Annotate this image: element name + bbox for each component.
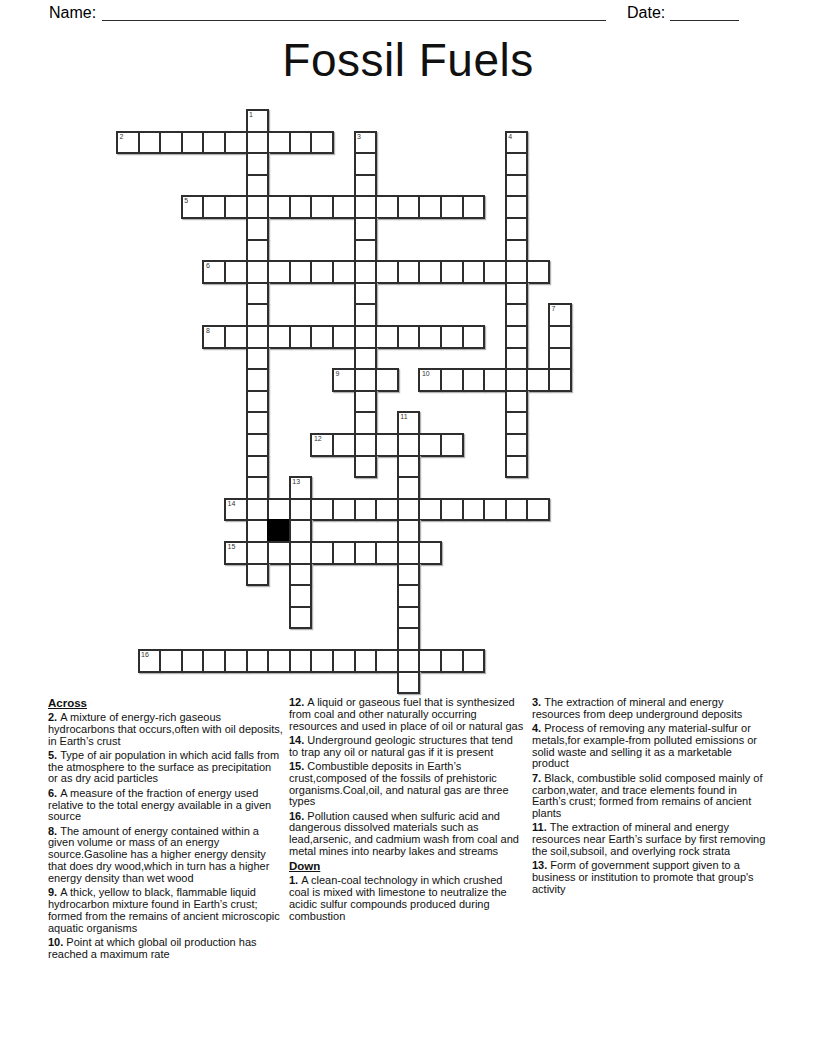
grid-cell-r20c7[interactable] — [267, 541, 291, 565]
grid-cell-r18c11[interactable] — [354, 498, 378, 522]
grid-cell-r18c12[interactable] — [375, 498, 399, 522]
grid-cell-r10c12[interactable] — [375, 325, 399, 349]
clue-number-6: 6 — [206, 262, 210, 270]
grid-cell-r26c13[interactable] — [397, 671, 421, 695]
grid-cell-r18c8[interactable] — [289, 498, 313, 522]
grid-cell-r7c4[interactable]: 6 — [202, 260, 226, 284]
grid-cell-r7c8[interactable] — [289, 260, 313, 284]
grid-cell-r7c19[interactable] — [526, 260, 550, 284]
clue-number-15: 15 — [228, 543, 236, 551]
grid-cell-r14c6[interactable] — [246, 411, 270, 435]
grid-cell-r22c13[interactable] — [397, 584, 421, 608]
grid-cell-r2c18[interactable] — [505, 152, 529, 176]
grid-cell-r21c6[interactable] — [246, 563, 270, 587]
grid-cell-r10c14[interactable] — [418, 325, 442, 349]
across-heading: Across — [48, 697, 284, 709]
grid-cell-r10c20[interactable] — [548, 325, 572, 349]
grid-cell-r18c15[interactable] — [440, 498, 464, 522]
grid-cell-r10c9[interactable] — [310, 325, 334, 349]
grid-cell-r15c12[interactable] — [375, 433, 399, 457]
grid-cell-r25c4[interactable] — [202, 649, 226, 673]
grid-cell-r18c10[interactable] — [332, 498, 356, 522]
grid-cell-r7c7[interactable] — [267, 260, 291, 284]
grid-cell-r19c8[interactable] — [289, 519, 313, 543]
grid-cell-r4c4[interactable] — [202, 195, 226, 219]
grid-cell-r25c2[interactable] — [159, 649, 183, 673]
grid-cell-r11c18[interactable] — [505, 347, 529, 371]
grid-cell-r15c10[interactable] — [332, 433, 356, 457]
grid-cell-r21c8[interactable] — [289, 563, 313, 587]
grid-cell-r4c5[interactable] — [224, 195, 248, 219]
grid-cell-r8c11[interactable] — [354, 282, 378, 306]
grid-cell-r10c5[interactable] — [224, 325, 248, 349]
grid-cell-r7c10[interactable] — [332, 260, 356, 284]
grid-cell-r10c11[interactable] — [354, 325, 378, 349]
grid-cell-r3c11[interactable] — [354, 174, 378, 198]
grid-cell-r4c18[interactable] — [505, 195, 529, 219]
grid-cell-r9c20[interactable]: 7 — [548, 303, 572, 327]
grid-cell-r23c13[interactable] — [397, 606, 421, 630]
grid-cell-r25c8[interactable] — [289, 649, 313, 673]
grid-cell-r9c6[interactable] — [246, 303, 270, 327]
grid-cell-r9c18[interactable] — [505, 303, 529, 327]
puzzle-title: Fossil Fuels — [0, 33, 816, 87]
grid-cell-r10c8[interactable] — [289, 325, 313, 349]
clue-number-4: 4 — [508, 133, 512, 141]
clue-number-11: 11 — [400, 413, 407, 421]
grid-cell-r7c14[interactable] — [418, 260, 442, 284]
grid-cell-r18c9[interactable] — [310, 498, 334, 522]
grid-cell-r17c8[interactable]: 13 — [289, 476, 313, 500]
grid-cell-r6c18[interactable] — [505, 239, 529, 263]
grid-cell-r25c7[interactable] — [267, 649, 291, 673]
grid-cell-r12c20[interactable] — [548, 368, 572, 392]
grid-cell-r7c11[interactable] — [354, 260, 378, 284]
grid-cell-r20c13[interactable] — [397, 541, 421, 565]
grid-cell-r3c18[interactable] — [505, 174, 529, 198]
grid-cell-r25c12[interactable] — [375, 649, 399, 673]
grid-cell-r25c9[interactable] — [310, 649, 334, 673]
grid-cell-r2c11[interactable] — [354, 152, 378, 176]
grid-cell-r15c18[interactable] — [505, 433, 529, 457]
grid-cell-r19c6[interactable] — [246, 519, 270, 543]
clue-number-2: 2 — [120, 133, 124, 141]
grid-cell-r11c6[interactable] — [246, 347, 270, 371]
grid-cell-r11c20[interactable] — [548, 347, 572, 371]
grid-cell-r7c5[interactable] — [224, 260, 248, 284]
grid-cell-r15c11[interactable] — [354, 433, 378, 457]
grid-cell-r4c11[interactable] — [354, 195, 378, 219]
grid-cell-r20c11[interactable] — [354, 541, 378, 565]
grid-cell-r15c13[interactable] — [397, 433, 421, 457]
grid-cell-r7c6[interactable] — [246, 260, 270, 284]
grid-cell-r10c18[interactable] — [505, 325, 529, 349]
clue-number-7: 7 — [552, 305, 556, 313]
grid-cell-r14c13[interactable]: 11 — [397, 411, 421, 435]
grid-cell-r14c18[interactable] — [505, 411, 529, 435]
grid-cell-r12c15[interactable] — [440, 368, 464, 392]
grid-cell-r25c14[interactable] — [418, 649, 442, 673]
date-blank-line[interactable] — [670, 20, 739, 21]
grid-cell-r1c18[interactable]: 4 — [505, 131, 529, 155]
clue-number-1: 1 — [249, 111, 253, 119]
grid-cell-r17c13[interactable] — [397, 476, 421, 500]
grid-cell-r5c6[interactable] — [246, 217, 270, 241]
grid-cell-r1c3[interactable] — [181, 131, 205, 155]
grid-cell-r6c11[interactable] — [354, 239, 378, 263]
grid-cell-r4c10[interactable] — [332, 195, 356, 219]
grid-cell-r23c8[interactable] — [289, 606, 313, 630]
grid-cell-r1c0[interactable]: 2 — [116, 131, 140, 155]
grid-cell-r7c13[interactable] — [397, 260, 421, 284]
worksheet-page: Name: Date: Fossil Fuels 123456789101112… — [0, 0, 816, 1056]
grid-cell-r15c6[interactable] — [246, 433, 270, 457]
clue-number-10: 10 — [422, 370, 430, 378]
grid-cell-r18c18[interactable] — [505, 498, 529, 522]
grid-cell-r1c2[interactable] — [159, 131, 183, 155]
grid-cell-r12c17[interactable] — [483, 368, 507, 392]
grid-cell-r4c14[interactable] — [418, 195, 442, 219]
black-cell — [267, 519, 291, 543]
grid-cell-r10c13[interactable] — [397, 325, 421, 349]
grid-cell-r12c10[interactable]: 9 — [332, 368, 356, 392]
grid-cell-r11c11[interactable] — [354, 347, 378, 371]
grid-cell-r20c9[interactable] — [310, 541, 334, 565]
grid-cell-r4c9[interactable] — [310, 195, 334, 219]
down-clue-11: 11. The extraction of mineral and energy… — [532, 822, 768, 857]
clue-number-14: 14 — [228, 500, 236, 508]
grid-cell-r10c15[interactable] — [440, 325, 464, 349]
grid-cell-r25c10[interactable] — [332, 649, 356, 673]
grid-cell-r20c10[interactable] — [332, 541, 356, 565]
grid-cell-r1c6[interactable] — [246, 131, 270, 155]
clue-number-12: 12 — [314, 435, 322, 443]
across-clue-5: 5. Type of air population in which acid … — [48, 750, 284, 785]
grid-cell-r8c6[interactable] — [246, 282, 270, 306]
grid-cell-r14c11[interactable] — [354, 411, 378, 435]
grid-cell-r12c11[interactable] — [354, 368, 378, 392]
grid-cell-r6c6[interactable] — [246, 239, 270, 263]
grid-cell-r20c6[interactable] — [246, 541, 270, 565]
grid-cell-r18c16[interactable] — [462, 498, 486, 522]
down-clue-1: 1. A clean-coal technology in which crus… — [289, 875, 525, 922]
crossword-grid: 12345678910111213141516 — [117, 110, 571, 694]
grid-cell-r1c11[interactable]: 3 — [354, 131, 378, 155]
grid-cell-r9c11[interactable] — [354, 303, 378, 327]
grid-cell-r7c12[interactable] — [375, 260, 399, 284]
grid-cell-r7c9[interactable] — [310, 260, 334, 284]
grid-cell-r20c12[interactable] — [375, 541, 399, 565]
name-blank-line[interactable] — [102, 20, 606, 21]
grid-cell-r22c8[interactable] — [289, 584, 313, 608]
grid-cell-r16c11[interactable] — [354, 455, 378, 479]
grid-cell-r1c4[interactable] — [202, 131, 226, 155]
grid-cell-r1c8[interactable] — [289, 131, 313, 155]
grid-cell-r4c13[interactable] — [397, 195, 421, 219]
grid-cell-r20c5[interactable]: 15 — [224, 541, 248, 565]
down-clue-13: 13. Form of government support given to … — [532, 860, 768, 895]
grid-cell-r2c6[interactable] — [246, 152, 270, 176]
grid-cell-r4c15[interactable] — [440, 195, 464, 219]
grid-cell-r25c13[interactable] — [397, 649, 421, 673]
across-clue-15: 15. Combustible deposits in Earth’s crus… — [289, 761, 525, 808]
across-clue-9: 9. A thick, yellow to black, flammable l… — [48, 887, 284, 934]
grid-cell-r25c3[interactable] — [181, 649, 205, 673]
down-clue-7: 7. Black, combustible solid composed mai… — [532, 773, 768, 820]
across-clue-6: 6. A measure of the fraction of energy u… — [48, 788, 284, 823]
across-clue-12: 12. A liquid or gaseous fuel that is syn… — [289, 697, 525, 732]
grid-cell-r13c18[interactable] — [505, 390, 529, 414]
clues-column-2: 12. A liquid or gaseous fuel that is syn… — [289, 697, 525, 925]
grid-cell-r12c18[interactable] — [505, 368, 529, 392]
down-heading: Down — [289, 860, 525, 872]
grid-cell-r25c15[interactable] — [440, 649, 464, 673]
grid-cell-r17c6[interactable] — [246, 476, 270, 500]
grid-cell-r12c14[interactable]: 10 — [418, 368, 442, 392]
grid-cell-r13c6[interactable] — [246, 390, 270, 414]
grid-cell-r4c16[interactable] — [462, 195, 486, 219]
grid-cell-r15c9[interactable]: 12 — [310, 433, 334, 457]
grid-cell-r18c7[interactable] — [267, 498, 291, 522]
grid-cell-r10c10[interactable] — [332, 325, 356, 349]
grid-cell-r20c14[interactable] — [418, 541, 442, 565]
grid-cell-r7c17[interactable] — [483, 260, 507, 284]
clue-number-8: 8 — [206, 327, 210, 335]
down-clue-4: 4. Process of removing any material-sulf… — [532, 723, 768, 770]
grid-cell-r1c9[interactable] — [310, 131, 334, 155]
grid-cell-r1c5[interactable] — [224, 131, 248, 155]
grid-cell-r18c13[interactable] — [397, 498, 421, 522]
across-clue-8: 8. The amount of energy contained within… — [48, 826, 284, 885]
clue-number-3: 3 — [357, 133, 361, 141]
name-label: Name: — [49, 4, 96, 22]
grid-cell-r25c11[interactable] — [354, 649, 378, 673]
grid-cell-r4c8[interactable] — [289, 195, 313, 219]
grid-cell-r7c16[interactable] — [462, 260, 486, 284]
grid-cell-r10c7[interactable] — [267, 325, 291, 349]
grid-cell-r25c5[interactable] — [224, 649, 248, 673]
across-clue-14: 14. Underground geologic structures that… — [289, 735, 525, 759]
grid-cell-r18c6[interactable] — [246, 498, 270, 522]
grid-cell-r1c7[interactable] — [267, 131, 291, 155]
grid-cell-r5c18[interactable] — [505, 217, 529, 241]
grid-cell-r25c6[interactable] — [246, 649, 270, 673]
grid-cell-r7c18[interactable] — [505, 260, 529, 284]
grid-cell-r15c14[interactable] — [418, 433, 442, 457]
grid-cell-r10c4[interactable]: 8 — [202, 325, 226, 349]
clue-number-13: 13 — [292, 478, 300, 486]
grid-cell-r18c17[interactable] — [483, 498, 507, 522]
grid-cell-r18c14[interactable] — [418, 498, 442, 522]
clues-column-3: 3. The extraction of mineral and energy … — [532, 697, 768, 898]
grid-cell-r18c5[interactable]: 14 — [224, 498, 248, 522]
clue-number-16: 16 — [141, 651, 149, 659]
grid-cell-r21c13[interactable] — [397, 563, 421, 587]
grid-cell-r25c1[interactable]: 16 — [138, 649, 162, 673]
grid-cell-r5c11[interactable] — [354, 217, 378, 241]
grid-cell-r12c19[interactable] — [526, 368, 550, 392]
grid-cell-r0c6[interactable]: 1 — [246, 109, 270, 133]
grid-cell-r10c6[interactable] — [246, 325, 270, 349]
grid-cell-r16c6[interactable] — [246, 455, 270, 479]
grid-cell-r4c7[interactable] — [267, 195, 291, 219]
grid-cell-r15c15[interactable] — [440, 433, 464, 457]
down-clue-3: 3. The extraction of mineral and energy … — [532, 697, 768, 721]
grid-cell-r3c6[interactable] — [246, 174, 270, 198]
grid-cell-r12c6[interactable] — [246, 368, 270, 392]
date-label: Date: — [627, 4, 665, 22]
grid-cell-r18c19[interactable] — [526, 498, 550, 522]
grid-cell-r25c16[interactable] — [462, 649, 486, 673]
grid-cell-r20c8[interactable] — [289, 541, 313, 565]
clue-number-9: 9 — [336, 370, 340, 378]
clues-column-1: Across2. A mixture of energy-rich gaseou… — [48, 697, 284, 963]
clue-number-5: 5 — [184, 197, 188, 205]
grid-cell-r4c12[interactable] — [375, 195, 399, 219]
grid-cell-r10c16[interactable] — [462, 325, 486, 349]
across-clue-10: 10. Point at which global oil production… — [48, 937, 284, 961]
grid-cell-r12c12[interactable] — [375, 368, 399, 392]
grid-cell-r13c11[interactable] — [354, 390, 378, 414]
across-clue-16: 16. Pollution caused when sulfuric acid … — [289, 811, 525, 858]
grid-cell-r24c13[interactable] — [397, 627, 421, 651]
grid-cell-r1c1[interactable] — [138, 131, 162, 155]
grid-cell-r16c18[interactable] — [505, 455, 529, 479]
grid-cell-r7c15[interactable] — [440, 260, 464, 284]
grid-cell-r8c18[interactable] — [505, 282, 529, 306]
grid-cell-r4c6[interactable] — [246, 195, 270, 219]
grid-cell-r4c3[interactable]: 5 — [181, 195, 205, 219]
grid-cell-r12c16[interactable] — [462, 368, 486, 392]
across-clue-2: 2. A mixture of energy-rich gaseous hydr… — [48, 712, 284, 747]
grid-cell-r19c13[interactable] — [397, 519, 421, 543]
grid-cell-r16c13[interactable] — [397, 455, 421, 479]
